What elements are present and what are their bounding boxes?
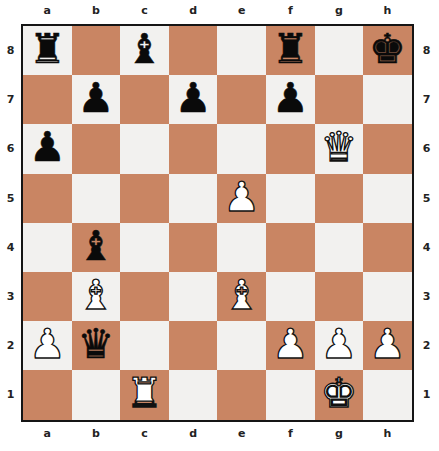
square-h8[interactable]: ♚ (363, 26, 412, 75)
piece-white-bishop[interactable]: ♝ (223, 275, 260, 316)
file-label-top-g: g (315, 1, 364, 21)
square-d7[interactable]: ♟ (169, 75, 218, 124)
rank-label-left-1: 1 (0, 370, 21, 419)
square-a3[interactable] (23, 272, 72, 321)
square-e8[interactable] (217, 26, 266, 75)
piece-black-pawn[interactable]: ♟ (78, 78, 115, 119)
file-label-bottom-b: b (72, 424, 121, 444)
piece-black-rook[interactable]: ♜ (272, 29, 309, 70)
piece-white-pawn[interactable]: ♟ (272, 324, 309, 365)
square-a1[interactable] (23, 370, 72, 419)
square-g7[interactable] (315, 75, 364, 124)
square-a4[interactable] (23, 223, 72, 272)
square-d5[interactable] (169, 174, 218, 223)
piece-white-pawn[interactable]: ♟ (223, 177, 260, 218)
chess-board: ♜♝♜♚♟♟♟♟♛♟♝♝♝♟♛♟♟♟♜♚ (21, 24, 414, 422)
rank-label-right-4: 4 (415, 223, 438, 272)
square-h1[interactable] (363, 370, 412, 419)
square-a6[interactable]: ♟ (23, 124, 72, 173)
square-b6[interactable] (72, 124, 121, 173)
square-f1[interactable] (266, 370, 315, 419)
square-g3[interactable] (315, 272, 364, 321)
rank-label-right-3: 3 (415, 272, 438, 321)
square-f3[interactable] (266, 272, 315, 321)
square-a2[interactable]: ♟ (23, 321, 72, 370)
square-a5[interactable] (23, 174, 72, 223)
rank-label-left-8: 8 (0, 26, 21, 75)
square-a8[interactable]: ♜ (23, 26, 72, 75)
square-h3[interactable] (363, 272, 412, 321)
file-label-bottom-e: e (217, 424, 266, 444)
square-b5[interactable] (72, 174, 121, 223)
piece-white-pawn[interactable]: ♟ (369, 324, 406, 365)
square-g8[interactable] (315, 26, 364, 75)
piece-white-pawn[interactable]: ♟ (320, 324, 357, 365)
square-f2[interactable]: ♟ (266, 321, 315, 370)
square-c5[interactable] (120, 174, 169, 223)
square-d6[interactable] (169, 124, 218, 173)
square-f5[interactable] (266, 174, 315, 223)
rank-label-right-5: 5 (415, 174, 438, 223)
rank-label-right-6: 6 (415, 124, 438, 173)
file-label-top-a: a (23, 1, 72, 21)
square-h6[interactable] (363, 124, 412, 173)
square-c1[interactable]: ♜ (120, 370, 169, 419)
piece-white-rook[interactable]: ♜ (126, 373, 163, 414)
rank-label-right-2: 2 (415, 321, 438, 370)
rank-label-left-7: 7 (0, 75, 21, 124)
square-f8[interactable]: ♜ (266, 26, 315, 75)
square-c8[interactable]: ♝ (120, 26, 169, 75)
rank-label-left-5: 5 (0, 174, 21, 223)
square-g6[interactable]: ♛ (315, 124, 364, 173)
piece-black-bishop[interactable]: ♝ (78, 226, 115, 267)
square-c6[interactable] (120, 124, 169, 173)
square-g5[interactable] (315, 174, 364, 223)
file-label-bottom-f: f (266, 424, 315, 444)
piece-white-queen[interactable]: ♛ (320, 127, 357, 168)
square-c7[interactable] (120, 75, 169, 124)
rank-label-right-8: 8 (415, 26, 438, 75)
file-label-bottom-a: a (23, 424, 72, 444)
file-label-top-h: h (363, 1, 412, 21)
rank-label-left-6: 6 (0, 124, 21, 173)
square-f4[interactable] (266, 223, 315, 272)
square-e4[interactable] (217, 223, 266, 272)
square-g2[interactable]: ♟ (315, 321, 364, 370)
rank-label-left-2: 2 (0, 321, 21, 370)
square-d2[interactable] (169, 321, 218, 370)
square-b3[interactable]: ♝ (72, 272, 121, 321)
square-b8[interactable] (72, 26, 121, 75)
square-h2[interactable]: ♟ (363, 321, 412, 370)
square-c2[interactable] (120, 321, 169, 370)
square-h7[interactable] (363, 75, 412, 124)
square-e2[interactable] (217, 321, 266, 370)
square-g1[interactable]: ♚ (315, 370, 364, 419)
piece-white-king[interactable]: ♚ (320, 373, 357, 414)
file-label-bottom-d: d (169, 424, 218, 444)
rank-label-left-4: 4 (0, 223, 21, 272)
file-label-top-d: d (169, 1, 218, 21)
square-e5[interactable]: ♟ (217, 174, 266, 223)
piece-black-pawn[interactable]: ♟ (29, 127, 66, 168)
square-c3[interactable] (120, 272, 169, 321)
rank-label-right-1: 1 (415, 370, 438, 419)
square-b1[interactable] (72, 370, 121, 419)
rank-label-left-3: 3 (0, 272, 21, 321)
chess-diagram: ♜♝♜♚♟♟♟♟♛♟♝♝♝♟♛♟♟♟♜♚ aabbccddeeffgghh887… (0, 0, 439, 451)
square-d4[interactable] (169, 223, 218, 272)
square-e7[interactable] (217, 75, 266, 124)
piece-black-bishop[interactable]: ♝ (126, 29, 163, 70)
square-c4[interactable] (120, 223, 169, 272)
piece-black-pawn[interactable]: ♟ (272, 78, 309, 119)
square-g4[interactable] (315, 223, 364, 272)
piece-white-bishop[interactable]: ♝ (78, 275, 115, 316)
square-a7[interactable] (23, 75, 72, 124)
file-label-bottom-h: h (363, 424, 412, 444)
piece-black-pawn[interactable]: ♟ (175, 78, 212, 119)
square-f7[interactable]: ♟ (266, 75, 315, 124)
square-d1[interactable] (169, 370, 218, 419)
square-e1[interactable] (217, 370, 266, 419)
square-e6[interactable] (217, 124, 266, 173)
square-b4[interactable]: ♝ (72, 223, 121, 272)
square-d8[interactable] (169, 26, 218, 75)
file-label-top-b: b (72, 1, 121, 21)
piece-black-queen[interactable]: ♛ (78, 324, 115, 365)
file-label-top-c: c (120, 1, 169, 21)
square-h5[interactable] (363, 174, 412, 223)
square-b2[interactable]: ♛ (72, 321, 121, 370)
square-h4[interactable] (363, 223, 412, 272)
piece-white-pawn[interactable]: ♟ (29, 324, 66, 365)
square-f6[interactable] (266, 124, 315, 173)
file-label-bottom-c: c (120, 424, 169, 444)
file-label-bottom-g: g (315, 424, 364, 444)
file-label-top-f: f (266, 1, 315, 21)
piece-black-king[interactable]: ♚ (369, 29, 406, 70)
file-label-top-e: e (217, 1, 266, 21)
piece-black-rook[interactable]: ♜ (29, 29, 66, 70)
square-d3[interactable] (169, 272, 218, 321)
rank-label-right-7: 7 (415, 75, 438, 124)
square-b7[interactable]: ♟ (72, 75, 121, 124)
square-e3[interactable]: ♝ (217, 272, 266, 321)
